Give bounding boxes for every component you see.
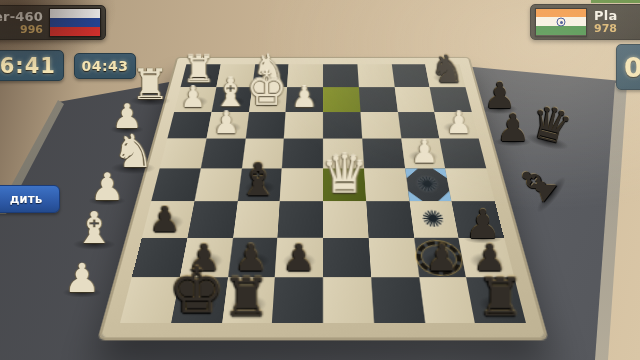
captured-piece-white-pawn: ♟ [90,170,124,204]
flag-russia [49,8,101,37]
square-e8[interactable] [323,278,374,323]
piece-black-pawn[interactable]: ♟ [426,243,459,277]
square-f6[interactable] [366,201,414,237]
piece-white-pawn[interactable]: ♟ [411,139,439,168]
piece-black-pawn[interactable]: ♟ [283,243,316,277]
square-g1[interactable] [391,64,430,87]
square-b3[interactable]: ♟ [206,112,248,139]
square-e2[interactable] [323,87,360,112]
piece-black-king[interactable]: ♚ [168,264,225,322]
square-d3[interactable] [284,112,323,139]
clock-left-secondary: 04:43 [74,53,136,79]
square-h3[interactable]: ♟ [435,112,479,139]
square-a3[interactable] [167,112,211,139]
square-c6[interactable] [233,201,281,237]
square-d4[interactable] [282,139,323,169]
piece-white-pawn[interactable]: ♟ [292,85,318,111]
player-panel-right: Pla 978 [530,4,640,40]
captured-piece-black-queen: ♛ [526,100,576,150]
clock-right: 0 [616,44,640,90]
square-e5[interactable]: ♛ [323,168,366,201]
square-f1[interactable] [357,64,394,87]
piece-white-queen[interactable]: ♛ [321,151,369,200]
square-e1[interactable] [323,64,359,87]
square-f3[interactable] [360,112,401,139]
square-d6[interactable] [278,201,323,237]
side-action-button[interactable]: дить [0,185,60,213]
piece-white-pawn[interactable]: ♟ [212,110,239,138]
square-g2[interactable] [394,87,434,112]
square-a5[interactable] [151,168,200,201]
square-e3[interactable] [323,112,362,139]
player-left-rating: 996 [20,24,43,36]
square-h8[interactable]: ♜ [466,278,525,323]
square-f7[interactable] [368,237,418,277]
square-h5[interactable] [445,168,494,201]
square-g6[interactable]: ✺ [409,201,459,237]
square-d8[interactable] [272,278,323,323]
player-right-rating: 978 [594,23,617,35]
clock-left-main: 06:41 [0,50,64,81]
game-screen: ♜♞♞♟♝♚♟♟♟♟♝♛✺♟✺♟♟♟♟♟♚♜♜ ♜♟♞♟♝♟ ♟♟♛♝♟ Pla… [0,0,640,360]
piece-white-king[interactable]: ♚ [247,68,288,111]
square-a2[interactable]: ♟ [174,87,216,112]
square-f8[interactable] [371,278,425,323]
square-c8[interactable]: ♜ [222,278,276,323]
square-c3[interactable] [245,112,286,139]
square-h1[interactable]: ♞ [425,64,465,87]
move-hint-star-icon[interactable]: ✺ [405,168,452,201]
square-a6[interactable]: ♟ [142,201,194,237]
square-a4[interactable] [160,139,207,169]
square-g7[interactable]: ♟ [413,237,466,277]
captured-piece-white-bishop: ♝ [74,208,113,248]
square-f5[interactable] [364,168,409,201]
square-e6[interactable] [323,201,368,237]
piece-black-rook[interactable]: ♜ [223,273,270,321]
square-g8[interactable] [419,278,476,323]
square-g4[interactable]: ♟ [401,139,446,169]
square-d5[interactable] [280,168,323,201]
piece-white-pawn[interactable]: ♟ [180,85,206,111]
player-left-name: Player-460 [0,10,43,24]
piece-black-knight[interactable]: ♞ [430,51,464,86]
player-panel-left: Player-460 996 [0,5,106,40]
piece-black-bishop[interactable]: ♝ [238,158,279,200]
square-f2[interactable] [359,87,398,112]
move-hint-star-icon[interactable]: ✺ [409,201,459,237]
square-b6[interactable] [187,201,237,237]
captured-piece-white-pawn: ♟ [64,260,100,296]
square-c5[interactable]: ♝ [237,168,282,201]
flag-india [535,8,587,37]
square-c2[interactable]: ♚ [249,87,288,112]
square-e7[interactable] [323,237,371,277]
piece-white-pawn[interactable]: ♟ [446,110,473,138]
square-b8[interactable]: ♚ [171,278,228,323]
captured-piece-black-pawn: ♟ [465,206,501,242]
square-d7[interactable]: ♟ [275,237,323,277]
square-g5[interactable]: ✺ [405,168,452,201]
square-d2[interactable]: ♟ [286,87,323,112]
square-h4[interactable] [440,139,487,169]
top-edge-sliver [591,0,640,3]
square-b5[interactable] [194,168,241,201]
piece-black-rook[interactable]: ♜ [477,273,524,321]
piece-black-pawn[interactable]: ♟ [149,204,180,236]
ashoka-chakra-icon [557,18,566,27]
player-right-name: Pla [594,9,617,23]
